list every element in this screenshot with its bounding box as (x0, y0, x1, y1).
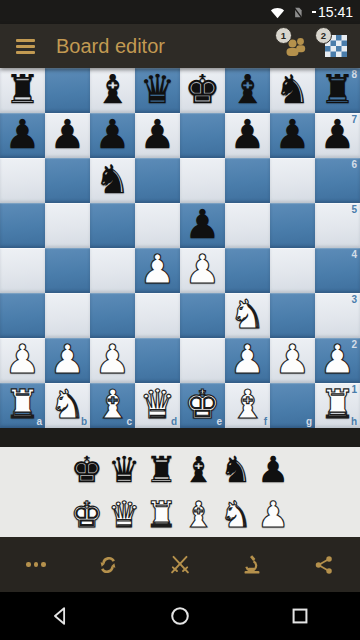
square-c4[interactable] (90, 248, 135, 293)
rank-label-4: 4 (351, 250, 357, 260)
share-icon (313, 554, 335, 576)
board-editor-app: 15:41 Board editor 1 (0, 0, 360, 640)
nav-back-button[interactable] (0, 605, 120, 627)
square-e4[interactable]: ♟ (180, 248, 225, 293)
tray-black-queen[interactable]: ♛ (108, 450, 140, 490)
piece-black-rook[interactable]: ♜ (320, 67, 356, 112)
piece-white-pawn[interactable]: ♟ (50, 337, 86, 382)
square-f8[interactable]: ♝ (225, 68, 270, 113)
square-h5[interactable]: 5 (315, 203, 360, 248)
square-b1[interactable]: ♞b (45, 383, 90, 428)
piece-black-pawn[interactable]: ♟ (5, 112, 41, 157)
analysis-button[interactable] (216, 537, 288, 592)
tray-white-rook[interactable]: ♜ (145, 495, 177, 535)
more-options-button[interactable] (0, 537, 72, 592)
no-sim-icon (291, 5, 304, 20)
square-a3[interactable] (0, 293, 45, 338)
board-bottom-divider (0, 428, 360, 447)
square-f5[interactable] (225, 203, 270, 248)
square-d6[interactable] (135, 158, 180, 203)
board-theme-button[interactable]: 2 (322, 32, 350, 60)
clock: 15:41 (318, 4, 353, 20)
rank-label-1: 1 (351, 385, 357, 395)
piece-black-knight[interactable]: ♞ (275, 67, 311, 112)
square-d5[interactable] (135, 203, 180, 248)
piece-white-pawn[interactable]: ♟ (320, 337, 356, 382)
home-icon (169, 605, 191, 627)
wifi-icon (270, 6, 285, 19)
tray-black-bishop[interactable]: ♝ (183, 450, 215, 490)
square-e1[interactable]: ♚e (180, 383, 225, 428)
piece-white-bishop[interactable]: ♝ (230, 382, 266, 427)
nav-recents-button[interactable] (240, 605, 360, 627)
square-c6[interactable]: ♞ (90, 158, 135, 203)
hamburger-menu-icon[interactable] (16, 39, 35, 54)
square-f2[interactable]: ♟ (225, 338, 270, 383)
square-h6[interactable]: 6 (315, 158, 360, 203)
square-a6[interactable] (0, 158, 45, 203)
square-e2[interactable] (180, 338, 225, 383)
file-label-c: c (126, 417, 132, 427)
square-b2[interactable]: ♟ (45, 338, 90, 383)
square-e6[interactable] (180, 158, 225, 203)
square-h7[interactable]: ♟7 (315, 113, 360, 158)
piece-white-rook[interactable]: ♜ (5, 382, 41, 427)
square-f4[interactable] (225, 248, 270, 293)
square-c5[interactable] (90, 203, 135, 248)
square-c8[interactable]: ♝ (90, 68, 135, 113)
rank-label-5: 5 (351, 205, 357, 215)
piece-white-pawn[interactable]: ♟ (185, 247, 221, 292)
square-c2[interactable]: ♟ (90, 338, 135, 383)
square-h4[interactable]: 4 (315, 248, 360, 293)
piece-tray: ♚♛♜♝♞♟ ♚♛♜♝♞♟ (0, 447, 360, 537)
piece-white-king[interactable]: ♚ (185, 382, 221, 427)
page-title: Board editor (56, 35, 270, 58)
ellipsis-icon (26, 562, 46, 567)
square-g5[interactable] (270, 203, 315, 248)
square-b8[interactable] (45, 68, 90, 113)
square-b6[interactable] (45, 158, 90, 203)
recents-icon (289, 605, 311, 627)
square-g2[interactable]: ♟ (270, 338, 315, 383)
square-g6[interactable] (270, 158, 315, 203)
rank-label-8: 8 (351, 70, 357, 80)
white-piece-tray: ♚♛♜♝♞♟ (0, 495, 360, 535)
square-f3[interactable]: ♞ (225, 293, 270, 338)
square-a1[interactable]: ♜a (0, 383, 45, 428)
piece-black-bishop[interactable]: ♝ (230, 67, 266, 112)
square-h3[interactable]: 3 (315, 293, 360, 338)
square-c3[interactable] (90, 293, 135, 338)
black-piece-tray: ♚♛♜♝♞♟ (0, 450, 360, 490)
piece-black-pawn[interactable]: ♟ (230, 112, 266, 157)
file-label-b: b (81, 417, 87, 427)
tray-black-knight[interactable]: ♞ (220, 450, 252, 490)
square-d7[interactable]: ♟ (135, 113, 180, 158)
app-bar: Board editor 1 2 (0, 24, 360, 68)
piece-black-pawn[interactable]: ♟ (95, 112, 131, 157)
square-f7[interactable]: ♟ (225, 113, 270, 158)
square-h2[interactable]: ♟2 (315, 338, 360, 383)
board-badge: 2 (315, 27, 332, 44)
square-a7[interactable]: ♟ (0, 113, 45, 158)
square-c1[interactable]: ♝c (90, 383, 135, 428)
square-e3[interactable] (180, 293, 225, 338)
tray-black-king[interactable]: ♚ (71, 450, 103, 490)
piece-black-pawn[interactable]: ♟ (50, 112, 86, 157)
piece-white-pawn[interactable]: ♟ (275, 337, 311, 382)
piece-white-bishop[interactable]: ♝ (95, 382, 131, 427)
rank-label-7: 7 (351, 115, 357, 125)
square-a4[interactable] (0, 248, 45, 293)
piece-black-bishop[interactable]: ♝ (95, 67, 131, 112)
tray-white-knight[interactable]: ♞ (220, 495, 252, 535)
square-d8[interactable]: ♛ (135, 68, 180, 113)
square-a8[interactable]: ♜ (0, 68, 45, 113)
square-e7[interactable] (180, 113, 225, 158)
square-d3[interactable] (135, 293, 180, 338)
status-bar: 15:41 (0, 0, 360, 24)
file-label-a: a (36, 417, 42, 427)
square-e8[interactable]: ♚ (180, 68, 225, 113)
android-nav-bar (0, 592, 360, 640)
piece-white-pawn[interactable]: ♟ (230, 337, 266, 382)
play-position-button[interactable] (144, 537, 216, 592)
square-g1[interactable]: g (270, 383, 315, 428)
square-h1[interactable]: ♜1h (315, 383, 360, 428)
square-b7[interactable]: ♟ (45, 113, 90, 158)
tray-white-bishop[interactable]: ♝ (183, 495, 215, 535)
square-b4[interactable] (45, 248, 90, 293)
piece-white-pawn[interactable]: ♟ (95, 337, 131, 382)
square-f6[interactable] (225, 158, 270, 203)
tray-white-pawn[interactable]: ♟ (257, 495, 289, 535)
square-c7[interactable]: ♟ (90, 113, 135, 158)
square-e5[interactable]: ♟ (180, 203, 225, 248)
share-button[interactable] (288, 537, 360, 592)
piece-black-knight[interactable]: ♞ (95, 157, 131, 202)
tray-white-king[interactable]: ♚ (71, 495, 103, 535)
flip-colors-button[interactable] (72, 537, 144, 592)
square-d1[interactable]: ♛d (135, 383, 180, 428)
file-label-g: g (306, 417, 312, 427)
piece-white-pawn[interactable]: ♟ (5, 337, 41, 382)
tray-white-queen[interactable]: ♛ (108, 495, 140, 535)
square-d2[interactable] (135, 338, 180, 383)
square-g4[interactable] (270, 248, 315, 293)
tray-black-pawn[interactable]: ♟ (257, 450, 289, 490)
piece-black-pawn[interactable]: ♟ (275, 112, 311, 157)
rank-label-2: 2 (351, 340, 357, 350)
file-label-f: f (264, 417, 267, 427)
square-g7[interactable]: ♟ (270, 113, 315, 158)
rank-label-3: 3 (351, 295, 357, 305)
nav-home-button[interactable] (120, 605, 240, 627)
piece-black-rook[interactable]: ♜ (5, 67, 41, 112)
file-label-d: d (171, 417, 177, 427)
back-icon (49, 605, 71, 627)
sync-icon (96, 553, 120, 577)
square-g8[interactable]: ♞ (270, 68, 315, 113)
piece-black-pawn[interactable]: ♟ (320, 112, 356, 157)
piece-black-king[interactable]: ♚ (185, 67, 221, 112)
piece-white-pawn[interactable]: ♟ (140, 247, 176, 292)
rank-label-6: 6 (351, 160, 357, 170)
square-f1[interactable]: ♝f (225, 383, 270, 428)
square-a2[interactable]: ♟ (0, 338, 45, 383)
editor-toolbar (0, 537, 360, 592)
crossed-swords-icon (167, 552, 193, 578)
microscope-icon (240, 553, 264, 577)
square-h8[interactable]: ♜8 (315, 68, 360, 113)
file-label-h: h (351, 417, 357, 427)
square-a5[interactable] (0, 203, 45, 248)
piece-black-pawn[interactable]: ♟ (140, 112, 176, 157)
square-g3[interactable] (270, 293, 315, 338)
players-button[interactable]: 1 (282, 32, 310, 60)
square-d4[interactable]: ♟ (135, 248, 180, 293)
square-b3[interactable] (45, 293, 90, 338)
chess-board: ♜♝♛♚♝♞♜8♟♟♟♟♟♟♟7♞6♟5♟♟4♞3♟♟♟♟♟♟2♜a♞b♝c♛d… (0, 68, 360, 428)
piece-white-knight[interactable]: ♞ (230, 292, 266, 337)
piece-black-queen[interactable]: ♛ (140, 67, 176, 112)
file-label-e: e (216, 417, 222, 427)
players-badge: 1 (275, 27, 292, 44)
square-b5[interactable] (45, 203, 90, 248)
piece-black-pawn[interactable]: ♟ (185, 202, 221, 247)
tray-black-rook[interactable]: ♜ (145, 450, 177, 490)
